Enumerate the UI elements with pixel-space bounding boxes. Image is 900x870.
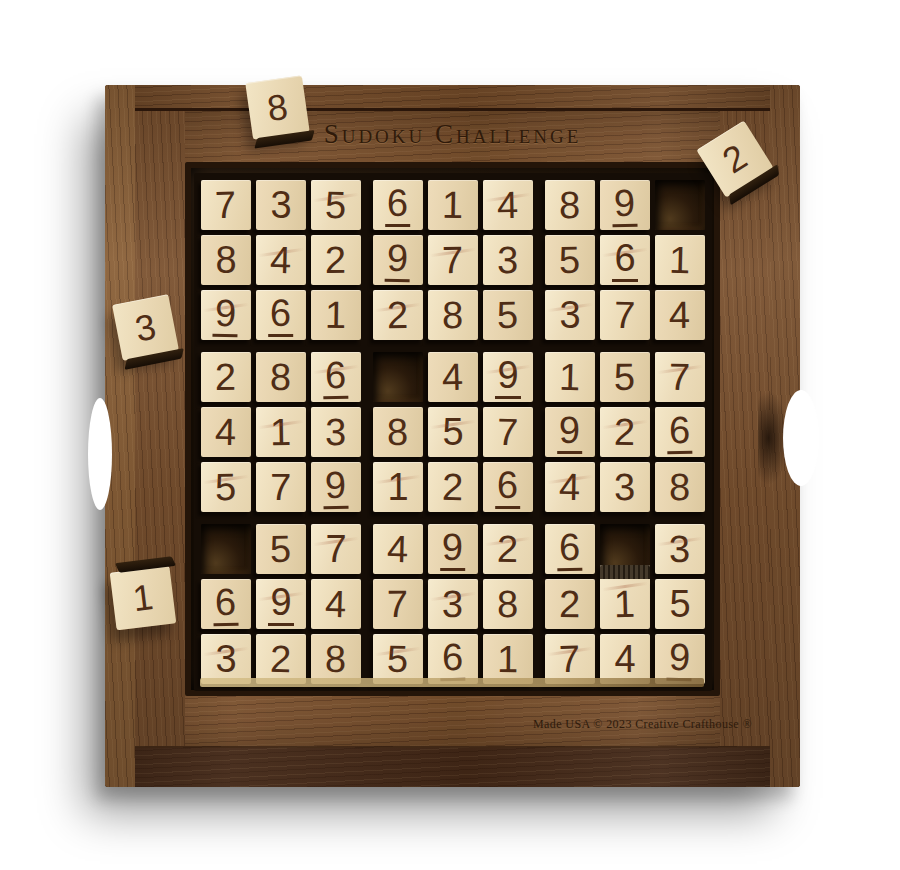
tile-r1c2[interactable]: 3 (256, 180, 306, 230)
tile-r5c4[interactable]: 8 (373, 407, 423, 457)
loose-tile-8[interactable]: 8 (245, 75, 309, 139)
sudoku-grid: 7356148984297356196128537428649157413857… (201, 180, 705, 684)
tile-r3c4[interactable]: 2 (373, 290, 423, 340)
tile-r7c9[interactable]: 3 (655, 524, 705, 574)
tile-r3c5[interactable]: 8 (428, 290, 478, 340)
tile-r7c7[interactable]: 6 (545, 524, 595, 574)
tile-r8c9[interactable]: 5 (655, 579, 705, 629)
tile-r9c8[interactable]: 4 (600, 634, 650, 684)
tile-r8c1[interactable]: 6 (201, 579, 251, 629)
tile-r8c7[interactable]: 2 (545, 579, 595, 629)
tile-r6c1[interactable]: 5 (201, 462, 251, 512)
tile-r9c2[interactable]: 2 (256, 634, 306, 684)
tile-r7c6[interactable]: 2 (483, 524, 533, 574)
hole-r7c1[interactable] (201, 524, 251, 574)
lid-rail-left (135, 111, 185, 746)
tile-r5c7[interactable]: 9 (545, 407, 595, 457)
tile-r1c4[interactable]: 6 (373, 180, 423, 230)
tile-r9c1[interactable]: 3 (201, 634, 251, 684)
finger-notch-right (783, 390, 819, 486)
tile-r6c4[interactable]: 1 (373, 462, 423, 512)
finger-notch-left (88, 398, 112, 510)
tile-r3c8[interactable]: 7 (600, 290, 650, 340)
tile-r3c1[interactable]: 9 (201, 290, 251, 340)
tile-r6c6[interactable]: 6 (483, 462, 533, 512)
loose-tile-3[interactable]: 3 (112, 294, 179, 361)
tile-r4c6[interactable]: 9 (483, 352, 533, 402)
tile-r6c8[interactable]: 3 (600, 462, 650, 512)
wooden-box-frame: Sudoku Challenge Made USA © 2023 Creativ… (105, 85, 800, 787)
tile-r8c5[interactable]: 3 (428, 579, 478, 629)
tile-r7c2[interactable]: 5 (256, 524, 306, 574)
tile-r5c9[interactable]: 6 (655, 407, 705, 457)
board-title: Sudoku Challenge (135, 119, 770, 153)
tile-r4c2[interactable]: 8 (256, 352, 306, 402)
tile-r2c5[interactable]: 7 (428, 235, 478, 285)
tile-r1c1[interactable]: 7 (201, 180, 251, 230)
tile-r2c4[interactable]: 9 (373, 235, 423, 285)
tile-r1c8[interactable]: 9 (600, 180, 650, 230)
tile-r8c8[interactable]: 1 (600, 565, 650, 629)
hole-r1c9[interactable] (655, 180, 705, 230)
tile-r5c3[interactable]: 3 (311, 407, 361, 457)
tile-r4c8[interactable]: 5 (600, 352, 650, 402)
tile-r2c1[interactable]: 8 (201, 235, 251, 285)
tile-r1c7[interactable]: 8 (545, 180, 595, 230)
frame-rail-top (105, 85, 800, 108)
tile-r5c2[interactable]: 1 (256, 407, 306, 457)
tile-r3c7[interactable]: 3 (545, 290, 595, 340)
tile-r7c4[interactable]: 4 (373, 524, 423, 574)
tile-r2c8[interactable]: 6 (600, 235, 650, 285)
tile-r5c5[interactable]: 5 (428, 407, 478, 457)
tile-r6c9[interactable]: 8 (655, 462, 705, 512)
tile-r9c9[interactable]: 9 (655, 634, 705, 684)
loose-tile-1[interactable]: 1 (110, 566, 177, 631)
hole-r4c4[interactable] (373, 352, 423, 402)
tile-r4c5[interactable]: 4 (428, 352, 478, 402)
tile-r6c7[interactable]: 4 (545, 462, 595, 512)
tile-r9c6[interactable]: 1 (483, 634, 533, 684)
tile-r5c8[interactable]: 2 (600, 407, 650, 457)
maker-credit: Made USA © 2023 Creative Crafthouse ® (533, 717, 752, 732)
tile-r3c6[interactable]: 5 (483, 290, 533, 340)
frame-rail-bottom (105, 748, 800, 787)
tile-r2c2[interactable]: 4 (256, 235, 306, 285)
tile-r1c6[interactable]: 4 (483, 180, 533, 230)
tile-r7c5[interactable]: 9 (428, 524, 478, 574)
tile-r9c3[interactable]: 8 (311, 634, 361, 684)
tile-r6c5[interactable]: 2 (428, 462, 478, 512)
tile-r6c2[interactable]: 7 (256, 462, 306, 512)
tile-r5c1[interactable]: 4 (201, 407, 251, 457)
tile-r8c4[interactable]: 7 (373, 579, 423, 629)
tile-r8c2[interactable]: 9 (256, 579, 306, 629)
tile-r2c6[interactable]: 3 (483, 235, 533, 285)
tile-r8c3[interactable]: 4 (311, 579, 361, 629)
tile-r4c1[interactable]: 2 (201, 352, 251, 402)
tile-r9c5[interactable]: 6 (428, 634, 478, 684)
tile-r4c9[interactable]: 7 (655, 352, 705, 402)
tile-r4c3[interactable]: 6 (311, 352, 361, 402)
board-tray: 7356148984297356196128537428649157413857… (185, 162, 720, 696)
tile-r5c6[interactable]: 7 (483, 407, 533, 457)
product-photo-scene: Sudoku Challenge Made USA © 2023 Creativ… (0, 0, 900, 870)
tile-r9c4[interactable]: 5 (373, 634, 423, 684)
tile-r1c3[interactable]: 5 (311, 180, 361, 230)
tile-r4c7[interactable]: 1 (545, 352, 595, 402)
tile-r8c6[interactable]: 8 (483, 579, 533, 629)
tile-r6c3[interactable]: 9 (311, 462, 361, 512)
tile-r1c5[interactable]: 1 (428, 180, 478, 230)
tile-r2c3[interactable]: 2 (311, 235, 361, 285)
tile-r2c7[interactable]: 5 (545, 235, 595, 285)
tile-r9c7[interactable]: 7 (545, 634, 595, 684)
tile-r3c3[interactable]: 1 (311, 290, 361, 340)
tile-r2c9[interactable]: 1 (655, 235, 705, 285)
tile-r3c9[interactable]: 4 (655, 290, 705, 340)
tile-r3c2[interactable]: 6 (256, 290, 306, 340)
tile-r7c3[interactable]: 7 (311, 524, 361, 574)
